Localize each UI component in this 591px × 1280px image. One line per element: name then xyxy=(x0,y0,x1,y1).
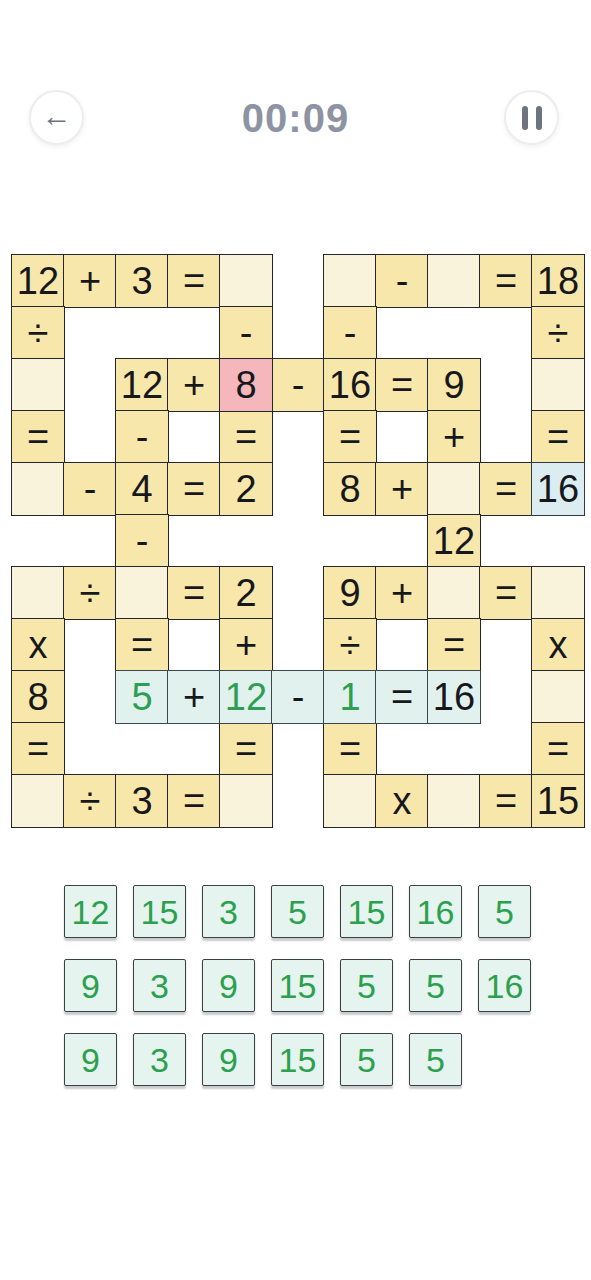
tray-tile-1-2[interactable]: 15 xyxy=(133,885,186,938)
grid-cell-r5c7: 8 xyxy=(323,462,377,516)
grid-cell-r3c9: 9 xyxy=(427,358,481,412)
tray-tile-2-2[interactable]: 3 xyxy=(133,959,186,1012)
grid-cell-r5c9[interactable] xyxy=(427,462,481,516)
grid-cell-r4c7: = xyxy=(323,410,377,464)
tray-tile-2-6[interactable]: 5 xyxy=(409,959,462,1012)
grid-cell-r9c1: 8 xyxy=(11,670,65,724)
grid-cell-r4c3: - xyxy=(115,410,169,464)
grid-cell-r11c8: x xyxy=(375,774,429,828)
timer: 00:09 xyxy=(0,92,591,144)
grid-cell-r8c9: = xyxy=(427,618,481,672)
tray-tile-1-6[interactable]: 16 xyxy=(409,885,462,938)
grid-cell-r9c3[interactable]: 5 xyxy=(115,670,169,724)
grid-cell-r11c10: = xyxy=(479,774,533,828)
grid-cell-r3c11[interactable] xyxy=(531,358,585,412)
grid-cell-r7c4: = xyxy=(167,566,221,620)
grid-cell-r11c5[interactable] xyxy=(219,774,273,828)
grid-cell-r11c9[interactable] xyxy=(427,774,481,828)
grid-cell-r3c6: - xyxy=(271,358,325,412)
grid-cell-r2c7: - xyxy=(323,306,377,360)
grid-cell-r11c11: 15 xyxy=(531,774,585,828)
grid-cell-r2c5: - xyxy=(219,306,273,360)
grid-cell-r3c3: 12 xyxy=(115,358,169,412)
grid-cell-r9c9[interactable]: 16 xyxy=(427,670,481,724)
grid-cell-r7c10: = xyxy=(479,566,533,620)
grid-cell-r3c7: 16 xyxy=(323,358,377,412)
grid-cell-r1c10: = xyxy=(479,254,533,308)
grid-cell-r1c2: + xyxy=(63,254,117,308)
grid-cell-r2c1: ÷ xyxy=(11,306,65,360)
grid-cell-r5c3: 4 xyxy=(115,462,169,516)
tray-tile-1-4[interactable]: 5 xyxy=(271,885,324,938)
grid-cell-r1c11: 18 xyxy=(531,254,585,308)
tray-tile-2-1[interactable]: 9 xyxy=(64,959,117,1012)
grid-cell-r7c1[interactable] xyxy=(11,566,65,620)
grid-cell-r1c1: 12 xyxy=(11,254,65,308)
grid-cell-r5c2: - xyxy=(63,462,117,516)
grid-cell-r1c7[interactable] xyxy=(323,254,377,308)
tray-tile-2-3[interactable]: 9 xyxy=(202,959,255,1012)
grid-cell-r7c11[interactable] xyxy=(531,566,585,620)
grid-cell-r7c5: 2 xyxy=(219,566,273,620)
grid-cell-r7c2: ÷ xyxy=(63,566,117,620)
tray-tile-2-5[interactable]: 5 xyxy=(340,959,393,1012)
grid-cell-r9c6[interactable]: - xyxy=(271,670,325,724)
app-screen: ← 00:09 12+3=-=18÷--÷12+8-16=9=-==+=-4=2… xyxy=(0,0,591,1280)
grid-cell-r5c11[interactable]: 16 xyxy=(531,462,585,516)
tray-tile-1-5[interactable]: 15 xyxy=(340,885,393,938)
tray-tile-2-7[interactable]: 16 xyxy=(478,959,531,1012)
grid-cell-r6c3: - xyxy=(115,514,169,568)
grid-cell-r1c4: = xyxy=(167,254,221,308)
grid-cell-r7c7: 9 xyxy=(323,566,377,620)
pause-button[interactable] xyxy=(504,90,559,145)
grid-cell-r4c5: = xyxy=(219,410,273,464)
grid-cell-r5c1[interactable] xyxy=(11,462,65,516)
grid-cell-r1c5[interactable] xyxy=(219,254,273,308)
grid-cell-r5c8: + xyxy=(375,462,429,516)
grid-cell-r11c4: = xyxy=(167,774,221,828)
tray-tile-1-1[interactable]: 12 xyxy=(64,885,117,938)
grid-cell-r9c11[interactable] xyxy=(531,670,585,724)
tray-tile-1-7[interactable]: 5 xyxy=(478,885,531,938)
grid-cell-r4c11: = xyxy=(531,410,585,464)
tray-tile-3-1[interactable]: 9 xyxy=(64,1033,117,1086)
grid-cell-r2c11: ÷ xyxy=(531,306,585,360)
grid-cell-r7c8: + xyxy=(375,566,429,620)
tray-tile-3-3[interactable]: 9 xyxy=(202,1033,255,1086)
grid-cell-r8c7: ÷ xyxy=(323,618,377,672)
grid-cell-r4c1: = xyxy=(11,410,65,464)
grid-cell-r1c8: - xyxy=(375,254,429,308)
grid-cell-r11c1[interactable] xyxy=(11,774,65,828)
grid-cell-r4c9: + xyxy=(427,410,481,464)
grid-cell-r10c1: = xyxy=(11,722,65,776)
grid-cell-r5c10: = xyxy=(479,462,533,516)
pause-icon xyxy=(522,106,542,130)
grid-cell-r11c3: 3 xyxy=(115,774,169,828)
tray-tile-3-4[interactable]: 15 xyxy=(271,1033,324,1086)
grid-cell-r6c9: 12 xyxy=(427,514,481,568)
tray-tile-1-3[interactable]: 3 xyxy=(202,885,255,938)
grid-cell-r8c5: + xyxy=(219,618,273,672)
grid-cell-r10c5: = xyxy=(219,722,273,776)
grid-cell-r3c8: = xyxy=(375,358,429,412)
grid-cell-r11c2: ÷ xyxy=(63,774,117,828)
grid-cell-r8c11: x xyxy=(531,618,585,672)
grid-cell-r9c7[interactable]: 1 xyxy=(323,670,377,724)
grid-cell-r8c1: x xyxy=(11,618,65,672)
grid-cell-r7c9[interactable] xyxy=(427,566,481,620)
grid-cell-r11c7[interactable] xyxy=(323,774,377,828)
grid-cell-r1c9[interactable] xyxy=(427,254,481,308)
grid-cell-r9c5[interactable]: 12 xyxy=(219,670,273,724)
grid-cell-r9c4[interactable]: + xyxy=(167,670,221,724)
grid-cell-r5c5: 2 xyxy=(219,462,273,516)
grid-cell-r1c3: 3 xyxy=(115,254,169,308)
grid-cell-r9c8[interactable]: = xyxy=(375,670,429,724)
grid-cell-r10c11: = xyxy=(531,722,585,776)
grid-cell-r10c7: = xyxy=(323,722,377,776)
tray-tile-2-4[interactable]: 15 xyxy=(271,959,324,1012)
grid-cell-r3c1[interactable] xyxy=(11,358,65,412)
puzzle-board: 12+3=-=18÷--÷12+8-16=9=-==+=-4=28+=16-12… xyxy=(12,255,584,827)
grid-cell-r3c5[interactable]: 8 xyxy=(219,358,273,412)
grid-cell-r5c4: = xyxy=(167,462,221,516)
grid-cell-r7c3[interactable] xyxy=(115,566,169,620)
tray-tile-3-5[interactable]: 5 xyxy=(340,1033,393,1086)
tray-tile-3-2[interactable]: 3 xyxy=(133,1033,186,1086)
tray-tile-3-6[interactable]: 5 xyxy=(409,1033,462,1086)
grid-cell-r8c3: = xyxy=(115,618,169,672)
grid-cell-r3c4: + xyxy=(167,358,221,412)
